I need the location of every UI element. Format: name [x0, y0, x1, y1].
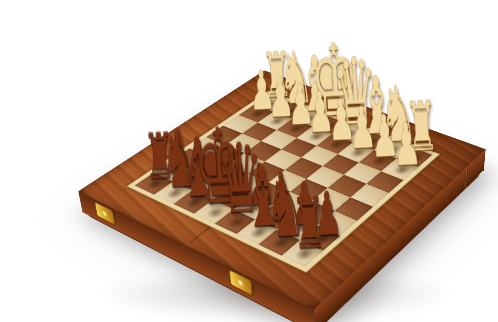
square-c3[interactable]: [322, 154, 359, 175]
black-rook-a8[interactable]: ♜: [291, 190, 328, 258]
chess-set-photo: ♜♟♟♜♞♟♟♞♝♟♟♝♚♟♟♚♛♟♟♛♝♟♟♝♞♟♟♞♜♟♟♜: [0, 0, 498, 322]
fold-seam: [465, 166, 468, 189]
white-pawn-a2[interactable]: ♟: [391, 116, 422, 173]
chess-box-assembly: ♜♟♟♜♞♟♟♞♝♟♟♝♚♟♟♚♛♟♟♛♝♟♟♝♞♟♟♞♜♟♟♜: [133, 18, 438, 322]
